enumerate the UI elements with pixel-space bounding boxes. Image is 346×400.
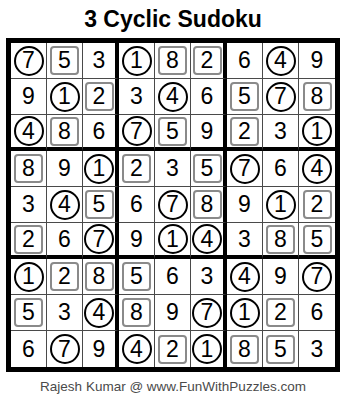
- circle-marked-digit: 1: [230, 298, 260, 328]
- digit: 3: [14, 190, 44, 220]
- digit: 3: [158, 154, 188, 184]
- circle-marked-digit: 1: [302, 116, 332, 146]
- circle-marked-digit: 1: [158, 224, 188, 254]
- digit: 6: [84, 116, 114, 146]
- square-marked-digit: 2: [158, 335, 187, 364]
- circle-marked-digit: 7: [50, 334, 80, 364]
- cell-r9c9[interactable]: 3: [299, 331, 335, 367]
- square-marked-digit: 8: [14, 154, 43, 183]
- circle-marked-digit: 1: [14, 262, 44, 292]
- cell-r6c3[interactable]: 7: [83, 223, 119, 259]
- square-marked-digit: 8: [122, 298, 151, 327]
- cell-r6c7[interactable]: 3: [227, 223, 263, 259]
- cell-r7c6[interactable]: 3: [191, 259, 227, 295]
- circle-marked-digit: 4: [122, 334, 152, 364]
- circle-marked-digit: 7: [158, 190, 188, 220]
- cell-r8c7[interactable]: 1: [227, 295, 263, 331]
- digit: 6: [122, 190, 152, 220]
- cell-r4c8[interactable]: 6: [263, 151, 299, 187]
- circle-marked-digit: 7: [14, 46, 44, 76]
- square-marked-digit: 2: [266, 298, 295, 327]
- digit: 9: [266, 262, 296, 292]
- cell-r8c4[interactable]: 8: [119, 295, 155, 331]
- cell-r4c2[interactable]: 9: [47, 151, 83, 187]
- digit: 9: [14, 82, 44, 112]
- digit: 9: [192, 116, 222, 146]
- cell-r2c1[interactable]: 9: [11, 79, 47, 115]
- cell-r2c8[interactable]: 7: [263, 79, 299, 115]
- digit: 6: [230, 46, 260, 76]
- digit: 3: [50, 298, 80, 328]
- digit: 9: [50, 154, 80, 184]
- cell-r1c7[interactable]: 6: [227, 43, 263, 79]
- digit: 6: [192, 82, 222, 112]
- cell-r7c3[interactable]: 8: [83, 259, 119, 295]
- cell-r6c2[interactable]: 6: [47, 223, 83, 259]
- cell-r7c2[interactable]: 2: [47, 259, 83, 295]
- cell-r2c5[interactable]: 4: [155, 79, 191, 115]
- square-marked-digit: 5: [193, 154, 222, 183]
- cell-r6c6[interactable]: 4: [191, 223, 227, 259]
- footer-credit: Rajesh Kumar @ www.FunWithPuzzles.com: [40, 379, 306, 394]
- square-marked-digit: 5: [14, 298, 43, 327]
- cell-r5c4[interactable]: 6: [119, 187, 155, 223]
- digit: 9: [158, 298, 188, 328]
- cell-r2c9[interactable]: 8: [299, 79, 335, 115]
- cell-r4c4[interactable]: 2: [119, 151, 155, 187]
- cell-r7c1[interactable]: 1: [11, 259, 47, 295]
- cell-r2c4[interactable]: 3: [119, 79, 155, 115]
- cell-r1c9[interactable]: 9: [299, 43, 335, 79]
- square-marked-digit: 8: [266, 225, 295, 254]
- circle-marked-digit: 4: [14, 116, 44, 146]
- circle-marked-digit: 7: [122, 116, 152, 146]
- cell-r3c7[interactable]: 2: [227, 115, 263, 151]
- square-marked-digit: 5: [158, 117, 187, 146]
- cell-r1c3[interactable]: 3: [83, 43, 119, 79]
- cell-r8c1[interactable]: 5: [11, 295, 47, 331]
- circle-marked-digit: 1: [192, 334, 222, 364]
- cell-r4c7[interactable]: 7: [227, 151, 263, 187]
- digit: 3: [302, 334, 332, 364]
- digit: 6: [14, 334, 44, 364]
- cell-r3c2[interactable]: 8: [47, 115, 83, 151]
- digit: 3: [230, 224, 260, 254]
- cell-r8c5[interactable]: 9: [155, 295, 191, 331]
- cell-r8c9[interactable]: 6: [299, 295, 335, 331]
- cell-r7c8[interactable]: 9: [263, 259, 299, 295]
- square-marked-digit: 5: [50, 46, 79, 75]
- page: 3 Cyclic Sudoku 753182649912346578486759…: [0, 0, 346, 400]
- circle-marked-digit: 1: [266, 190, 296, 220]
- square-marked-digit: 2: [14, 225, 43, 254]
- cell-r2c3[interactable]: 2: [83, 79, 119, 115]
- cell-r4c6[interactable]: 5: [191, 151, 227, 187]
- cell-r7c5[interactable]: 6: [155, 259, 191, 295]
- circle-marked-digit: 7: [84, 224, 114, 254]
- cell-r2c6[interactable]: 6: [191, 79, 227, 115]
- square-marked-digit: 8: [193, 190, 222, 219]
- cell-r1c6[interactable]: 2: [191, 43, 227, 79]
- circle-marked-digit: 4: [266, 46, 296, 76]
- digit: 6: [158, 262, 188, 292]
- square-marked-digit: 2: [85, 82, 114, 111]
- cell-r4c5[interactable]: 3: [155, 151, 191, 187]
- square-marked-digit: 2: [193, 46, 222, 75]
- digit: 3: [84, 46, 114, 76]
- cell-r9c1[interactable]: 6: [11, 331, 47, 367]
- circle-marked-digit: 1: [50, 82, 80, 112]
- cell-r3c8[interactable]: 3: [263, 115, 299, 151]
- cell-r3c1[interactable]: 4: [11, 115, 47, 151]
- cell-r1c1[interactable]: 7: [11, 43, 47, 79]
- square-marked-digit: 8: [50, 117, 79, 146]
- sudoku-grid: 7531826499123465784867592318912357643456…: [6, 38, 340, 372]
- square-marked-digit: 2: [303, 190, 332, 219]
- cell-r5c2[interactable]: 4: [47, 187, 83, 223]
- cell-r7c7[interactable]: 4: [227, 259, 263, 295]
- cell-r8c3[interactable]: 4: [83, 295, 119, 331]
- cell-r6c8[interactable]: 8: [263, 223, 299, 259]
- square-marked-digit: 5: [303, 225, 332, 254]
- square-marked-digit: 5: [266, 335, 295, 364]
- cell-r9c6[interactable]: 1: [191, 331, 227, 367]
- cell-r2c2[interactable]: 1: [47, 79, 83, 115]
- circle-marked-digit: 4: [50, 190, 80, 220]
- circle-marked-digit: 4: [230, 262, 260, 292]
- digit: 9: [230, 190, 260, 220]
- cell-r6c4[interactable]: 9: [119, 223, 155, 259]
- cell-r9c4[interactable]: 4: [119, 331, 155, 367]
- cell-r1c8[interactable]: 4: [263, 43, 299, 79]
- circle-marked-digit: 7: [302, 262, 332, 292]
- square-marked-digit: 2: [230, 117, 259, 146]
- cell-r3c9[interactable]: 1: [299, 115, 335, 151]
- square-marked-digit: 5: [230, 82, 259, 111]
- cell-r7c9[interactable]: 7: [299, 259, 335, 295]
- cell-r5c3[interactable]: 5: [83, 187, 119, 223]
- cell-r9c3[interactable]: 9: [83, 331, 119, 367]
- cell-r3c3[interactable]: 6: [83, 115, 119, 151]
- cell-r5c7[interactable]: 9: [227, 187, 263, 223]
- cell-r2c7[interactable]: 5: [227, 79, 263, 115]
- circle-marked-digit: 7: [192, 298, 222, 328]
- cell-r5c1[interactable]: 3: [11, 187, 47, 223]
- cell-r4c3[interactable]: 1: [83, 151, 119, 187]
- cell-r5c5[interactable]: 7: [155, 187, 191, 223]
- cell-r9c7[interactable]: 8: [227, 331, 263, 367]
- cell-r9c5[interactable]: 2: [155, 331, 191, 367]
- digit: 9: [302, 46, 332, 76]
- cell-r3c5[interactable]: 5: [155, 115, 191, 151]
- cell-r1c5[interactable]: 8: [155, 43, 191, 79]
- cell-r5c8[interactable]: 1: [263, 187, 299, 223]
- cell-r8c2[interactable]: 3: [47, 295, 83, 331]
- circle-marked-digit: 4: [158, 82, 188, 112]
- cell-r8c6[interactable]: 7: [191, 295, 227, 331]
- page-title: 3 Cyclic Sudoku: [84, 0, 262, 38]
- cell-r8c8[interactable]: 2: [263, 295, 299, 331]
- circle-marked-digit: 7: [266, 82, 296, 112]
- digit: 6: [302, 298, 332, 328]
- square-marked-digit: 5: [85, 190, 114, 219]
- cell-r6c9[interactable]: 5: [299, 223, 335, 259]
- digit: 9: [84, 334, 114, 364]
- digit: 3: [192, 262, 222, 292]
- square-marked-digit: 2: [50, 262, 79, 291]
- square-marked-digit: 8: [303, 82, 332, 111]
- digit: 9: [122, 224, 152, 254]
- cell-r7c4[interactable]: 5: [119, 259, 155, 295]
- cell-r4c1[interactable]: 8: [11, 151, 47, 187]
- cell-r5c6[interactable]: 8: [191, 187, 227, 223]
- digit: 3: [122, 82, 152, 112]
- circle-marked-digit: 1: [84, 154, 114, 184]
- digit: 6: [266, 154, 296, 184]
- digit: 3: [266, 116, 296, 146]
- cell-r3c4[interactable]: 7: [119, 115, 155, 151]
- circle-marked-digit: 4: [84, 298, 114, 328]
- cell-r5c9[interactable]: 2: [299, 187, 335, 223]
- cell-r1c4[interactable]: 1: [119, 43, 155, 79]
- square-marked-digit: 5: [122, 262, 151, 291]
- circle-marked-digit: 7: [230, 154, 260, 184]
- cell-r4c9[interactable]: 4: [299, 151, 335, 187]
- digit: 6: [50, 224, 80, 254]
- square-marked-digit: 8: [158, 46, 187, 75]
- circle-marked-digit: 4: [192, 224, 222, 254]
- cell-r1c2[interactable]: 5: [47, 43, 83, 79]
- circle-marked-digit: 1: [122, 46, 152, 76]
- square-marked-digit: 2: [122, 154, 151, 183]
- cell-r6c1[interactable]: 2: [11, 223, 47, 259]
- cell-r9c2[interactable]: 7: [47, 331, 83, 367]
- square-marked-digit: 8: [85, 262, 114, 291]
- cell-r6c5[interactable]: 1: [155, 223, 191, 259]
- cell-r3c6[interactable]: 9: [191, 115, 227, 151]
- circle-marked-digit: 4: [302, 154, 332, 184]
- cell-r9c8[interactable]: 5: [263, 331, 299, 367]
- square-marked-digit: 8: [230, 335, 259, 364]
